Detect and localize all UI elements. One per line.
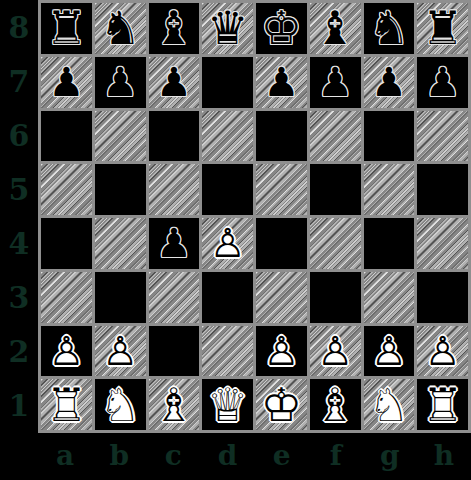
square-d1[interactable]: ♛♕ — [202, 379, 253, 430]
file-label-g: g — [363, 433, 417, 480]
rank-labels: 87654321 — [0, 0, 38, 433]
piece-fill: ♟ — [371, 62, 407, 102]
rank-label-6: 6 — [0, 108, 38, 162]
piece-outline: ♙ — [263, 331, 299, 371]
square-a2[interactable]: ♟♙ — [41, 326, 92, 377]
piece-outline: ♙ — [317, 331, 353, 371]
piece-fill: ♛ — [207, 5, 248, 51]
square-b4[interactable] — [95, 218, 146, 269]
piece-fill: ♟ — [102, 62, 138, 102]
file-label-e: e — [255, 433, 309, 480]
piece-outline: ♘ — [368, 382, 409, 428]
square-g6[interactable] — [364, 111, 415, 162]
piece-black-pawn[interactable]: ♟ — [156, 223, 192, 263]
rank-label-2: 2 — [0, 325, 38, 379]
square-b7[interactable]: ♟ — [95, 57, 146, 108]
piece-fill: ♞ — [100, 5, 141, 51]
square-g3[interactable] — [364, 272, 415, 323]
square-h2[interactable]: ♟♙ — [417, 326, 468, 377]
square-e1[interactable]: ♚♔ — [256, 379, 307, 430]
piece-fill: ♚ — [261, 5, 302, 51]
piece-white-knight[interactable]: ♞♘ — [100, 382, 141, 428]
piece-white-pawn[interactable]: ♟♙ — [263, 331, 299, 371]
square-f7[interactable]: ♟ — [310, 57, 361, 108]
square-b2[interactable]: ♟♙ — [95, 326, 146, 377]
square-a7[interactable]: ♟ — [41, 57, 92, 108]
square-c4[interactable]: ♟ — [149, 218, 200, 269]
piece-outline: ♘ — [100, 382, 141, 428]
piece-white-pawn[interactable]: ♟♙ — [48, 331, 84, 371]
square-d4[interactable]: ♟♙ — [202, 218, 253, 269]
square-d8[interactable]: ♛ — [202, 3, 253, 54]
square-b5[interactable] — [95, 164, 146, 215]
square-d7[interactable] — [202, 57, 253, 108]
piece-fill: ♟ — [48, 62, 84, 102]
square-f4[interactable] — [310, 218, 361, 269]
square-c3[interactable] — [149, 272, 200, 323]
piece-fill: ♝ — [153, 5, 194, 51]
rank-label-3: 3 — [0, 271, 38, 325]
file-label-b: b — [92, 433, 146, 480]
piece-fill: ♟ — [156, 62, 192, 102]
square-h5[interactable] — [417, 164, 468, 215]
piece-outline: ♙ — [425, 331, 461, 371]
piece-white-knight[interactable]: ♞♘ — [368, 382, 409, 428]
rank-label-4: 4 — [0, 217, 38, 271]
piece-outline: ♙ — [102, 331, 138, 371]
rank-label-1: 1 — [0, 379, 38, 433]
square-h4[interactable] — [417, 218, 468, 269]
piece-outline: ♔ — [261, 382, 302, 428]
piece-white-pawn[interactable]: ♟♙ — [210, 223, 246, 263]
piece-outline: ♗ — [153, 382, 194, 428]
file-labels: abcdefgh — [38, 433, 471, 480]
square-e5[interactable] — [256, 164, 307, 215]
square-e3[interactable] — [256, 272, 307, 323]
square-g4[interactable] — [364, 218, 415, 269]
piece-white-queen[interactable]: ♛♕ — [207, 382, 248, 428]
square-a6[interactable] — [41, 111, 92, 162]
piece-black-knight[interactable]: ♞ — [100, 5, 141, 51]
piece-outline: ♙ — [371, 331, 407, 371]
piece-white-pawn[interactable]: ♟♙ — [371, 331, 407, 371]
piece-white-bishop[interactable]: ♝♗ — [315, 382, 356, 428]
square-d5[interactable] — [202, 164, 253, 215]
square-b3[interactable] — [95, 272, 146, 323]
piece-white-pawn[interactable]: ♟♙ — [317, 331, 353, 371]
piece-white-king[interactable]: ♚♔ — [261, 382, 302, 428]
piece-outline: ♗ — [315, 382, 356, 428]
piece-fill: ♟ — [425, 62, 461, 102]
piece-white-pawn[interactable]: ♟♙ — [102, 331, 138, 371]
piece-fill: ♜ — [422, 5, 463, 51]
square-c5[interactable] — [149, 164, 200, 215]
square-h8[interactable]: ♜ — [417, 3, 468, 54]
square-f3[interactable] — [310, 272, 361, 323]
square-h7[interactable]: ♟ — [417, 57, 468, 108]
square-f1[interactable]: ♝♗ — [310, 379, 361, 430]
square-g8[interactable]: ♞ — [364, 3, 415, 54]
square-a8[interactable]: ♜ — [41, 3, 92, 54]
square-d2[interactable] — [202, 326, 253, 377]
rank-label-5: 5 — [0, 162, 38, 216]
piece-fill: ♜ — [46, 5, 87, 51]
piece-fill: ♝ — [315, 5, 356, 51]
chess-board: ♜♞♝♛♚♝♞♜♟♟♟♟♟♟♟♟♟♙♟♙♟♙♟♙♟♙♟♙♟♙♜♖♞♘♝♗♛♕♚♔… — [38, 0, 471, 433]
piece-black-pawn[interactable]: ♟ — [263, 62, 299, 102]
square-e2[interactable]: ♟♙ — [256, 326, 307, 377]
piece-black-pawn[interactable]: ♟ — [48, 62, 84, 102]
piece-fill: ♟ — [156, 223, 192, 263]
square-b1[interactable]: ♞♘ — [95, 379, 146, 430]
piece-fill: ♞ — [368, 5, 409, 51]
square-c1[interactable]: ♝♗ — [149, 379, 200, 430]
square-f2[interactable]: ♟♙ — [310, 326, 361, 377]
piece-black-pawn[interactable]: ♟ — [425, 62, 461, 102]
piece-black-pawn[interactable]: ♟ — [317, 62, 353, 102]
square-d6[interactable] — [202, 111, 253, 162]
piece-outline: ♖ — [46, 382, 87, 428]
square-h3[interactable] — [417, 272, 468, 323]
square-h6[interactable] — [417, 111, 468, 162]
square-e8[interactable]: ♚ — [256, 3, 307, 54]
chess-board-screenshot: 87654321 ♜♞♝♛♚♝♞♜♟♟♟♟♟♟♟♟♟♙♟♙♟♙♟♙♟♙♟♙♟♙♜… — [0, 0, 471, 480]
file-label-d: d — [200, 433, 254, 480]
file-label-c: c — [146, 433, 200, 480]
square-c8[interactable]: ♝ — [149, 3, 200, 54]
square-g2[interactable]: ♟♙ — [364, 326, 415, 377]
piece-fill: ♟ — [263, 62, 299, 102]
square-f8[interactable]: ♝ — [310, 3, 361, 54]
square-c6[interactable] — [149, 111, 200, 162]
square-a5[interactable] — [41, 164, 92, 215]
piece-outline: ♕ — [207, 382, 248, 428]
piece-black-queen[interactable]: ♛ — [207, 5, 248, 51]
square-b8[interactable]: ♞ — [95, 3, 146, 54]
piece-fill: ♟ — [317, 62, 353, 102]
file-label-a: a — [38, 433, 92, 480]
square-c2[interactable] — [149, 326, 200, 377]
piece-black-bishop[interactable]: ♝ — [315, 5, 356, 51]
piece-black-pawn[interactable]: ♟ — [102, 62, 138, 102]
square-f5[interactable] — [310, 164, 361, 215]
square-a3[interactable] — [41, 272, 92, 323]
square-g1[interactable]: ♞♘ — [364, 379, 415, 430]
file-label-h: h — [417, 433, 471, 480]
piece-outline: ♙ — [48, 331, 84, 371]
piece-outline: ♙ — [210, 223, 246, 263]
piece-black-king[interactable]: ♚ — [261, 5, 302, 51]
square-h1[interactable]: ♜♖ — [417, 379, 468, 430]
square-g7[interactable]: ♟ — [364, 57, 415, 108]
square-e6[interactable] — [256, 111, 307, 162]
square-b6[interactable] — [95, 111, 146, 162]
file-label-f: f — [309, 433, 363, 480]
piece-black-rook[interactable]: ♜ — [46, 5, 87, 51]
piece-black-pawn[interactable]: ♟ — [371, 62, 407, 102]
square-g5[interactable] — [364, 164, 415, 215]
piece-black-pawn[interactable]: ♟ — [156, 62, 192, 102]
square-a1[interactable]: ♜♖ — [41, 379, 92, 430]
square-f6[interactable] — [310, 111, 361, 162]
piece-black-rook[interactable]: ♜ — [422, 5, 463, 51]
rank-label-7: 7 — [0, 54, 38, 108]
piece-black-knight[interactable]: ♞ — [368, 5, 409, 51]
piece-white-rook[interactable]: ♜♖ — [46, 382, 87, 428]
square-e4[interactable] — [256, 218, 307, 269]
piece-outline: ♖ — [422, 382, 463, 428]
piece-black-bishop[interactable]: ♝ — [153, 5, 194, 51]
piece-white-rook[interactable]: ♜♖ — [422, 382, 463, 428]
piece-white-bishop[interactable]: ♝♗ — [153, 382, 194, 428]
square-e7[interactable]: ♟ — [256, 57, 307, 108]
rank-label-8: 8 — [0, 0, 38, 54]
square-c7[interactable]: ♟ — [149, 57, 200, 108]
piece-white-pawn[interactable]: ♟♙ — [425, 331, 461, 371]
square-d3[interactable] — [202, 272, 253, 323]
square-a4[interactable] — [41, 218, 92, 269]
